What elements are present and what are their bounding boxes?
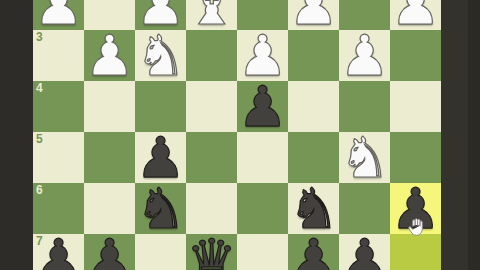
square-f7[interactable] xyxy=(135,234,186,270)
piece-black-pawn-d4: ♟ xyxy=(237,81,288,132)
square-c2[interactable]: ♟ xyxy=(288,0,339,30)
square-a7[interactable] xyxy=(390,234,441,270)
piece-white-pawn-d3: ♟ xyxy=(237,30,288,81)
square-g2[interactable] xyxy=(84,0,135,30)
square-c7[interactable]: ♟ xyxy=(288,234,339,270)
piece-black-pawn-f5: ♟ xyxy=(135,132,186,183)
piece-white-knight-f3: ♞ xyxy=(135,30,186,81)
square-b5[interactable]: ♞ xyxy=(339,132,390,183)
piece-white-pawn-g3: ♟ xyxy=(84,30,135,81)
left-rail-background xyxy=(0,0,33,270)
square-g4[interactable] xyxy=(84,81,135,132)
piece-black-pawn-b7: ♟ xyxy=(339,234,390,270)
square-h3[interactable]: 3 xyxy=(33,30,84,81)
rank-label-4: 4 xyxy=(36,82,43,94)
piece-white-bishop-e2: ♝ xyxy=(186,0,237,30)
square-b6[interactable] xyxy=(339,183,390,234)
square-f6[interactable]: ♞ xyxy=(135,183,186,234)
square-d3[interactable]: ♟ xyxy=(237,30,288,81)
square-g6[interactable] xyxy=(84,183,135,234)
piece-white-knight-b5: ♞ xyxy=(339,132,390,183)
square-f2[interactable]: ♟ xyxy=(135,0,186,30)
square-b3[interactable]: ♟ xyxy=(339,30,390,81)
square-b4[interactable] xyxy=(339,81,390,132)
square-e3[interactable] xyxy=(186,30,237,81)
right-edge-panel xyxy=(468,0,480,270)
square-c6[interactable]: ♞ xyxy=(288,183,339,234)
square-h7[interactable]: 7♟ xyxy=(33,234,84,270)
square-h5[interactable]: 5 xyxy=(33,132,84,183)
piece-white-pawn-h2: ♟ xyxy=(33,0,84,30)
square-f5[interactable]: ♟ xyxy=(135,132,186,183)
square-f3[interactable]: ♞ xyxy=(135,30,186,81)
hand-cursor-icon xyxy=(407,216,427,238)
piece-black-pawn-c7: ♟ xyxy=(288,234,339,270)
piece-white-pawn-f2: ♟ xyxy=(135,0,186,30)
square-g3[interactable]: ♟ xyxy=(84,30,135,81)
chess-board: ♟♟♝♟♟3♟♞♟♟4♟5♟♞6♞♞♟7♟♟♛♟♟ xyxy=(33,0,441,270)
square-h6[interactable]: 6 xyxy=(33,183,84,234)
piece-black-knight-c6: ♞ xyxy=(288,183,339,234)
hand-grab-glyph xyxy=(407,216,427,238)
square-a4[interactable] xyxy=(390,81,441,132)
chess-app-window: ♟♟♝♟♟3♟♞♟♟4♟5♟♞6♞♞♟7♟♟♛♟♟ xyxy=(0,0,480,270)
square-g5[interactable] xyxy=(84,132,135,183)
square-g7[interactable]: ♟ xyxy=(84,234,135,270)
square-h2[interactable]: ♟ xyxy=(33,0,84,30)
square-d6[interactable] xyxy=(237,183,288,234)
square-b7[interactable]: ♟ xyxy=(339,234,390,270)
square-e4[interactable] xyxy=(186,81,237,132)
square-e6[interactable] xyxy=(186,183,237,234)
rank-label-5: 5 xyxy=(36,133,43,145)
square-d5[interactable] xyxy=(237,132,288,183)
piece-black-queen-e7: ♛ xyxy=(186,234,237,270)
square-a5[interactable] xyxy=(390,132,441,183)
rank-label-3: 3 xyxy=(36,31,43,43)
rank-label-6: 6 xyxy=(36,184,43,196)
piece-black-knight-f6: ♞ xyxy=(135,183,186,234)
rank-label-7: 7 xyxy=(36,235,43,247)
square-b2[interactable] xyxy=(339,0,390,30)
square-d4[interactable]: ♟ xyxy=(237,81,288,132)
piece-white-pawn-b3: ♟ xyxy=(339,30,390,81)
square-a3[interactable] xyxy=(390,30,441,81)
square-h4[interactable]: 4 xyxy=(33,81,84,132)
piece-white-pawn-c2: ♟ xyxy=(288,0,339,30)
square-c5[interactable] xyxy=(288,132,339,183)
piece-black-pawn-g7: ♟ xyxy=(84,234,135,270)
square-e7[interactable]: ♛ xyxy=(186,234,237,270)
square-d7[interactable] xyxy=(237,234,288,270)
square-a2[interactable]: ♟ xyxy=(390,0,441,30)
square-f4[interactable] xyxy=(135,81,186,132)
square-c3[interactable] xyxy=(288,30,339,81)
piece-white-pawn-a2: ♟ xyxy=(390,0,441,30)
square-c4[interactable] xyxy=(288,81,339,132)
square-d2[interactable] xyxy=(237,0,288,30)
square-e5[interactable] xyxy=(186,132,237,183)
square-e2[interactable]: ♝ xyxy=(186,0,237,30)
